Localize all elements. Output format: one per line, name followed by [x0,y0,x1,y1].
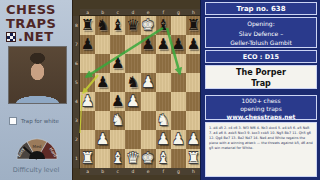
square-e3[interactable] [141,111,156,130]
square-c2[interactable] [110,130,125,149]
piece-bP-e7: ♟ [141,35,156,54]
site-url-link[interactable]: www.chesstraps.net [206,113,316,120]
piece-wP-h2: ♟ [186,130,201,149]
square-d4[interactable]: ♟ [125,92,140,111]
square-f8[interactable]: ♝ [156,16,171,35]
square-e4[interactable] [141,92,156,111]
square-a5[interactable] [80,73,95,92]
square-f2[interactable]: ♟ [156,130,171,149]
piece-bB-f8: ♝ [156,16,171,35]
square-d7[interactable] [125,35,140,54]
square-g1[interactable] [171,149,186,168]
square-h4[interactable] [186,92,201,111]
piece-wP-e5: ♟ [141,73,156,92]
square-a3[interactable] [80,111,95,130]
square-f6[interactable] [156,54,171,73]
square-h7[interactable]: ♟ [186,35,201,54]
file-label-f: f [156,168,171,175]
file-label-e: e [141,168,156,175]
square-b2[interactable]: ♟ [95,130,110,149]
square-d8[interactable]: ♛ [125,16,140,35]
file-label-g: g [171,9,186,16]
rank-label-5: 5 [73,73,80,92]
file-label-h: h [186,168,201,175]
square-c7[interactable] [110,35,125,54]
rank-label-3: 3 [73,111,80,130]
square-a8[interactable]: ♜ [80,16,95,35]
moves-notation-box: 1. d4 d5 2. c4 c6 3. Nf3 Nf6 4. Nc3 dxc4… [205,122,317,177]
piece-wR-h1: ♜ [186,149,201,168]
square-g8[interactable] [171,16,186,35]
piece-bB-c8: ♝ [110,16,125,35]
square-c3[interactable]: ♞ [110,111,125,130]
square-b7[interactable] [95,35,110,54]
square-h5[interactable] [186,73,201,92]
file-label-f: f [156,9,171,16]
square-b5[interactable]: ♟ [95,73,110,92]
square-f3[interactable]: ♞ [156,111,171,130]
rank-label-2: 2 [73,130,80,149]
file-label-h: h [186,9,201,16]
square-d3[interactable] [125,111,140,130]
chesstraps-page: CHESS TRAPS .NET Trap for white Easy Med… [0,0,320,180]
square-h3[interactable] [186,111,201,130]
square-b3[interactable] [95,111,110,130]
eco-code-badge: ECO : D15 [205,50,317,63]
file-label-d: d [125,168,140,175]
info-sidebar: Trap no. 638 Opening: Slav Defence – Gel… [200,0,320,180]
chessboard-frame: abcdefgh 87654321 ♜♞♝♛♚♝♜♟♟♟♟♟♟♟♞♟♟♟♟♞♞♟… [72,0,200,180]
opening-name-line1: Slav Defence – [206,29,316,39]
piece-bR-a8: ♜ [80,16,95,35]
square-a2[interactable] [80,130,95,149]
square-f5[interactable] [156,73,171,92]
piece-bR-h8: ♜ [186,16,201,35]
square-e2[interactable] [141,130,156,149]
piece-bQ-d8: ♛ [125,16,140,35]
rank-label-4: 4 [73,92,80,111]
file-label-g: g [171,168,186,175]
square-e1[interactable]: ♚ [141,149,156,168]
rank-label-6: 6 [73,54,80,73]
left-sidebar: CHESS TRAPS .NET Trap for white Easy Med… [0,0,72,180]
square-g2[interactable]: ♟ [171,130,186,149]
square-e8[interactable]: ♚ [141,16,156,35]
promo-line1: 1000+ chess [206,97,316,105]
piece-wN-c3: ♞ [110,111,125,130]
trap-name-box: The Porper Trap [205,65,317,89]
square-a1[interactable]: ♜ [80,149,95,168]
promo-line2: opening traps [206,105,316,113]
square-g5[interactable] [171,73,186,92]
piece-wB-c1: ♝ [110,149,125,168]
square-h8[interactable]: ♜ [186,16,201,35]
piece-bN-b8: ♞ [95,16,110,35]
square-a4[interactable]: ♟ [80,92,95,111]
square-e7[interactable]: ♟ [141,35,156,54]
piece-bP-a7: ♟ [80,35,95,54]
square-g6[interactable] [171,54,186,73]
piece-bP-g7: ♟ [171,35,186,54]
square-d6[interactable] [125,54,140,73]
square-h2[interactable]: ♟ [186,130,201,149]
piece-wP-b2: ♟ [95,130,110,149]
square-d2[interactable] [125,130,140,149]
opening-name-line2: Geller-Tolush Gambit [206,38,316,48]
square-g4[interactable] [171,92,186,111]
piece-wN-f3: ♞ [156,111,171,130]
file-label-d: d [125,9,140,16]
square-e6[interactable] [141,54,156,73]
square-h1[interactable]: ♜ [186,149,201,168]
file-label-e: e [141,9,156,16]
trap-name-line1: The Porper [206,67,316,78]
file-label-b: b [95,168,110,175]
piece-bP-f7: ♟ [156,35,171,54]
file-labels-bottom: abcdefgh [80,168,201,175]
piece-wP-f2: ♟ [156,130,171,149]
rank-label-1: 1 [73,149,80,168]
trap-number-badge: Trap no. 638 [205,2,317,15]
difficulty-gauge: Easy Med Hard [0,0,72,180]
moves-notation-text: 1. d4 d5 2. c4 c6 3. Nf3 Nf6 4. Nc3 dxc4… [206,123,316,155]
square-g3[interactable] [171,111,186,130]
square-e5[interactable]: ♟ [141,73,156,92]
square-g7[interactable]: ♟ [171,35,186,54]
piece-bP-c6: ♟ [110,54,125,73]
square-d1[interactable]: ♛ [125,149,140,168]
gauge-label-med: Med [33,144,42,149]
square-c4[interactable]: ♟ [110,92,125,111]
opening-box: Opening: Slav Defence – Geller-Tolush Ga… [205,17,317,48]
rank-labels-left: 87654321 [73,16,80,168]
square-b4[interactable] [95,92,110,111]
square-c8[interactable]: ♝ [110,16,125,35]
square-b1[interactable] [95,149,110,168]
piece-wB-f1: ♝ [156,149,171,168]
square-b6[interactable] [95,54,110,73]
square-f1[interactable]: ♝ [156,149,171,168]
square-b8[interactable]: ♞ [95,16,110,35]
rank-label-8: 8 [73,16,80,35]
square-h6[interactable] [186,54,201,73]
piece-bP-h7: ♟ [186,35,201,54]
piece-wK-e1: ♚ [141,149,156,168]
piece-wP-d4: ♟ [125,92,140,111]
chessboard: ♜♞♝♛♚♝♜♟♟♟♟♟♟♟♞♟♟♟♟♞♞♟♟♟♟♜♝♛♚♝♜ [80,16,201,168]
piece-bP-b5: ♟ [95,73,110,92]
promo-box: 1000+ chess opening traps www.chesstraps… [205,95,317,120]
file-label-c: c [110,9,125,16]
file-label-b: b [95,9,110,16]
piece-wQ-d1: ♛ [125,149,140,168]
square-c6[interactable]: ♟ [110,54,125,73]
piece-wR-a1: ♜ [80,149,95,168]
square-d5[interactable]: ♞ [125,73,140,92]
square-c5[interactable] [110,73,125,92]
file-label-a: a [80,9,95,16]
rank-label-7: 7 [73,35,80,54]
difficulty-level-label: Difficulty level [0,166,72,174]
file-labels-top: abcdefgh [80,9,201,16]
piece-wP-a4: ♟ [80,92,95,111]
piece-bK-e8: ♚ [141,16,156,35]
trap-name-line2: Trap [206,78,316,89]
file-label-a: a [80,168,95,175]
square-f7[interactable]: ♟ [156,35,171,54]
square-c1[interactable]: ♝ [110,149,125,168]
opening-heading: Opening: [206,19,316,29]
square-f4[interactable] [156,92,171,111]
piece-bN-d5: ♞ [125,73,140,92]
file-label-c: c [110,168,125,175]
piece-bP-c4: ♟ [110,92,125,111]
piece-wP-g2: ♟ [171,130,186,149]
square-a7[interactable]: ♟ [80,35,95,54]
square-a6[interactable] [80,54,95,73]
